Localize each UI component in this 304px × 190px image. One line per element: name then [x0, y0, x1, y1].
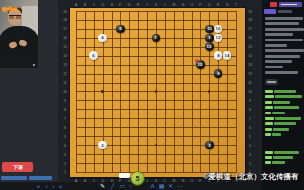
- stone-black-13: 13: [205, 42, 214, 51]
- pen-icon[interactable]: ✎: [98, 182, 107, 190]
- note-text-line: [265, 33, 293, 36]
- coord-label-right: 16: [246, 37, 254, 40]
- stone-number: 15: [198, 62, 203, 66]
- coord-label-left: 10: [60, 90, 68, 93]
- coord-label-left: 7: [60, 117, 68, 120]
- stream-title: [279, 2, 302, 7]
- coord-label-left: 13: [60, 63, 68, 66]
- stone-number: 7: [155, 36, 157, 40]
- grid-line: [227, 11, 228, 173]
- stream-title-text-bar: [281, 4, 297, 6]
- grid-line: [76, 154, 237, 155]
- stone-number: 2: [101, 143, 103, 147]
- coord-label-top: H: [134, 3, 142, 6]
- coord-label-top: B: [81, 3, 89, 6]
- stone-number: 3: [208, 143, 210, 147]
- chat-panel[interactable]: [262, 0, 304, 190]
- brand-logo: 爱棋道: [2, 1, 29, 17]
- chat-nickname: [265, 95, 274, 98]
- chat-message: [265, 161, 303, 164]
- grid-line: [76, 118, 237, 119]
- coord-label-left: 14: [60, 55, 68, 58]
- chat-text: [274, 122, 296, 125]
- coord-label-right: 2: [246, 162, 254, 165]
- chat-text: [273, 156, 293, 159]
- next-move-icon[interactable]: ›: [50, 183, 57, 190]
- chat-text: [273, 128, 289, 131]
- chat-message: [265, 117, 303, 120]
- coord-label-right: 8: [246, 108, 254, 111]
- line-icon[interactable]: ╱: [108, 182, 117, 190]
- go-lecture-app: 爱棋道 下课 AABBCCDDEEFFGGHHJJKKLLMMNNOOPPQQR…: [0, 0, 304, 190]
- chat-text: [274, 151, 299, 154]
- coord-label-right: 12: [246, 72, 254, 75]
- note-text-line: [265, 44, 287, 47]
- chat-text: [272, 133, 281, 136]
- end-class-label: 下课: [13, 164, 23, 171]
- stone-black-1: 1: [205, 34, 214, 43]
- coord-label-right: 10: [246, 90, 254, 93]
- stone-number: 12: [216, 36, 221, 40]
- webcam-control-bar[interactable]: [0, 61, 38, 68]
- chat-text: [275, 95, 302, 98]
- coord-label-left: 19: [60, 10, 68, 13]
- grid-line: [165, 11, 166, 173]
- chat-tab-active[interactable]: [264, 9, 276, 14]
- note-text-line: [265, 28, 304, 31]
- note-text-line: [265, 49, 304, 52]
- coord-label-left: 6: [60, 126, 68, 129]
- chat-message: [265, 95, 303, 98]
- coord-label-left: 5: [60, 135, 68, 138]
- coord-label-top: F: [116, 3, 124, 6]
- stone-white-6: 6: [89, 51, 98, 60]
- coord-label-left: 17: [60, 28, 68, 31]
- brand-logo-subtext: [2, 8, 16, 10]
- coord-label-right: 5: [246, 135, 254, 138]
- chat-nickname: [265, 117, 274, 120]
- chat-nickname: [265, 133, 271, 136]
- stone-number: 9: [217, 71, 219, 75]
- coord-label-right: 4: [246, 144, 254, 147]
- chat-message: [265, 106, 303, 109]
- coord-label-right: 13: [246, 63, 254, 66]
- chat-nickname: [265, 90, 273, 93]
- note-text-line: [265, 71, 298, 74]
- star-point: [155, 90, 157, 92]
- chat-message: [265, 128, 303, 131]
- fast-forward-icon[interactable]: »: [57, 183, 64, 190]
- coord-label-left: 18: [60, 19, 68, 22]
- coord-label-left: 8: [60, 108, 68, 111]
- grid-line: [200, 11, 201, 173]
- chat-nickname: [265, 101, 272, 104]
- chat-text: [274, 106, 299, 109]
- sidebar: 爱棋道 下课: [0, 0, 58, 190]
- end-class-button[interactable]: 下课: [2, 162, 33, 172]
- chat-nickname: [265, 161, 271, 164]
- chat-message: [265, 112, 303, 115]
- reply-button-text-bar: [267, 81, 276, 83]
- sidebar-link[interactable]: [29, 176, 52, 180]
- tool-tooltip: [119, 173, 130, 178]
- stone-number: 14: [225, 54, 230, 58]
- coord-label-right: 18: [246, 19, 254, 22]
- text-icon[interactable]: A: [148, 182, 157, 190]
- note-text-line: [265, 17, 303, 20]
- coord-label-right: 9: [246, 99, 254, 102]
- chat-nickname: [265, 128, 272, 131]
- grid-line: [76, 109, 237, 110]
- coord-label-right: 19: [246, 10, 254, 13]
- prev-move-icon[interactable]: ‹: [43, 183, 50, 190]
- active-tool-badge[interactable]: 5: [131, 172, 144, 185]
- coord-label-right: 6: [246, 126, 254, 129]
- sidebar-link[interactable]: [1, 176, 27, 180]
- chat-nickname: [265, 122, 273, 125]
- coord-label-top: G: [125, 3, 133, 6]
- chat-message: [265, 151, 303, 154]
- coord-label-right: 17: [246, 28, 254, 31]
- webcam-video: 爱棋道: [0, 0, 38, 61]
- grid-line: [76, 127, 237, 128]
- note-text-line: [265, 60, 292, 63]
- coord-label-right: 3: [246, 153, 254, 156]
- coord-label-top: N: [178, 3, 186, 6]
- live-badge: [270, 2, 277, 7]
- more-icon[interactable]: ⋯: [175, 182, 184, 190]
- stone-number: 4: [101, 36, 103, 40]
- chat-nickname: [265, 156, 272, 159]
- stone-number: 13: [207, 45, 212, 49]
- coord-label-right: 7: [246, 117, 254, 120]
- chat-text: [272, 112, 285, 115]
- stone-white-4: 4: [98, 34, 107, 43]
- stone-black-11: 11: [205, 25, 214, 34]
- grid-line: [76, 100, 237, 101]
- coord-label-top: S: [223, 3, 231, 6]
- coord-label-top: M: [170, 3, 178, 6]
- coord-label-left: 2: [60, 162, 68, 165]
- coord-label-top: P: [196, 3, 204, 6]
- chat-message: [265, 122, 303, 125]
- stone-black-15: 15: [196, 60, 205, 69]
- chat-nickname: [265, 151, 273, 154]
- grid-icon[interactable]: ▦: [157, 182, 166, 190]
- coord-label-top: D: [98, 3, 106, 6]
- grid-line: [236, 11, 237, 173]
- coord-label-top: A: [72, 3, 80, 6]
- note-text-line: [265, 22, 299, 25]
- chat-message: [265, 156, 303, 159]
- coord-label-left: 11: [60, 81, 68, 84]
- coord-label-top: E: [107, 3, 115, 6]
- coord-label-left: 16: [60, 37, 68, 40]
- coord-label-right: 15: [246, 46, 254, 49]
- coord-label-left: 15: [60, 46, 68, 49]
- chat-text: [273, 101, 290, 104]
- clear-icon[interactable]: ✕: [166, 182, 175, 190]
- coord-label-left: 12: [60, 72, 68, 75]
- chat-message: [265, 133, 303, 136]
- stone-number: 5: [119, 27, 121, 31]
- coord-label-left: 3: [60, 153, 68, 156]
- coord-label-left: 4: [60, 144, 68, 147]
- rewind-icon[interactable]: «: [35, 183, 42, 190]
- reply-button[interactable]: [265, 79, 278, 85]
- chat-text: [272, 161, 285, 164]
- coord-label-top: L: [161, 3, 169, 6]
- chat-message: [265, 101, 303, 104]
- grid-line: [76, 136, 237, 137]
- chat-message: [265, 90, 303, 93]
- copyright-watermark: ©爱棋道（北京）文化传播有: [203, 172, 304, 184]
- stone-number: 8: [217, 54, 219, 58]
- stone-number: 10: [216, 27, 221, 31]
- stone-black-3: 3: [205, 141, 214, 150]
- coord-label-top: C: [90, 3, 98, 6]
- coord-label-left: 1: [60, 171, 68, 174]
- stone-number: 6: [93, 54, 95, 58]
- coord-label-top: R: [214, 3, 222, 6]
- chat-text: [274, 90, 296, 93]
- coord-label-left: 9: [60, 99, 68, 102]
- coord-label-top: T: [232, 3, 240, 6]
- coord-label-top: O: [187, 3, 195, 6]
- grid-line: [183, 11, 184, 173]
- note-text-line: [265, 55, 300, 58]
- chat-nickname: [265, 112, 271, 115]
- stone-black-5: 5: [116, 25, 125, 34]
- coord-label-top: J: [143, 3, 151, 6]
- stone-number: 11: [207, 27, 212, 31]
- star-point: [101, 90, 103, 92]
- coord-label-top: Q: [205, 3, 213, 6]
- collapse-dot-icon[interactable]: [33, 64, 35, 66]
- note-text-line: [265, 39, 303, 42]
- chat-nickname: [265, 106, 273, 109]
- grid-line: [76, 163, 237, 164]
- coord-label-top: K: [152, 3, 160, 6]
- chat-tab-inactive[interactable]: [278, 10, 292, 13]
- note-text-line: [265, 66, 283, 69]
- grid-line: [174, 11, 175, 173]
- stream-header: [262, 0, 304, 8]
- chat-text: [275, 117, 301, 120]
- coord-label-right: 11: [246, 81, 254, 84]
- grid-line: [192, 11, 193, 173]
- stone-number: 1: [208, 36, 210, 40]
- coord-label-right: 14: [246, 55, 254, 58]
